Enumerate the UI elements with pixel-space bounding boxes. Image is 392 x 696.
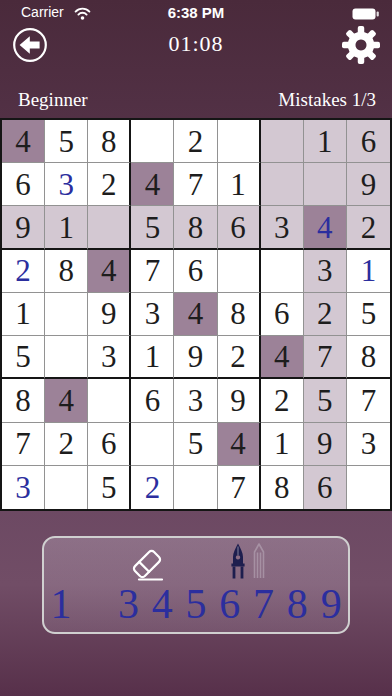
cell-r4c1[interactable]: 2 (2, 250, 45, 293)
cell-r7c6[interactable]: 9 (218, 379, 261, 422)
cell-r9c6[interactable]: 7 (218, 466, 261, 509)
cell-r6c8[interactable]: 7 (304, 336, 347, 379)
cell-r2c3[interactable]: 2 (88, 163, 131, 206)
pad-number-7[interactable]: 7 (247, 581, 281, 627)
cell-r9c8[interactable]: 6 (304, 466, 347, 509)
cell-r6c2[interactable] (45, 336, 88, 379)
cell-r2c2[interactable]: 3 (45, 163, 88, 206)
cell-r1c1[interactable]: 4 (2, 120, 45, 163)
cell-r7c9[interactable]: 7 (347, 379, 390, 422)
pad-number-4[interactable]: 4 (145, 581, 179, 627)
cell-r7c5[interactable]: 3 (174, 379, 217, 422)
cell-r3c4[interactable]: 5 (131, 206, 174, 249)
cell-r1c6[interactable] (218, 120, 261, 163)
cell-r7c8[interactable]: 5 (304, 379, 347, 422)
cell-r6c3[interactable]: 3 (88, 336, 131, 379)
cell-r1c4[interactable] (131, 120, 174, 163)
cell-r6c9[interactable]: 8 (347, 336, 390, 379)
cell-r3c3[interactable] (88, 206, 131, 249)
cell-r5c8[interactable]: 2 (304, 293, 347, 336)
cell-r5c7[interactable]: 6 (261, 293, 304, 336)
cell-r2c7[interactable] (261, 163, 304, 206)
cell-r2c5[interactable]: 7 (174, 163, 217, 206)
cell-r1c5[interactable]: 2 (174, 120, 217, 163)
toolbar-panel: 13456789 (42, 536, 350, 634)
cell-r1c7[interactable] (261, 120, 304, 163)
cell-r4c5[interactable]: 6 (174, 250, 217, 293)
cell-r2c8[interactable] (304, 163, 347, 206)
cell-r6c6[interactable]: 2 (218, 336, 261, 379)
sudoku-board: 4582166324719915863422847631193486255319… (0, 118, 392, 511)
cell-r2c6[interactable]: 1 (218, 163, 261, 206)
status-bar: Carrier 6:38 PM (0, 0, 392, 22)
gear-icon (342, 26, 380, 64)
cell-r7c1[interactable]: 8 (2, 379, 45, 422)
cell-r5c1[interactable]: 1 (2, 293, 45, 336)
cell-r3c8[interactable]: 4 (304, 206, 347, 249)
cell-r1c9[interactable]: 6 (347, 120, 390, 163)
cell-r6c4[interactable]: 1 (131, 336, 174, 379)
pad-slot-empty (78, 581, 112, 627)
cell-r3c2[interactable]: 1 (45, 206, 88, 249)
cell-r8c9[interactable]: 3 (347, 423, 390, 466)
cell-r8c5[interactable]: 5 (174, 423, 217, 466)
cell-r2c1[interactable]: 6 (2, 163, 45, 206)
cell-r3c9[interactable]: 2 (347, 206, 390, 249)
cell-r6c5[interactable]: 9 (174, 336, 217, 379)
cell-r4c3[interactable]: 4 (88, 250, 131, 293)
settings-button[interactable] (342, 26, 380, 64)
difficulty-label: Beginner (18, 89, 88, 111)
cell-r3c5[interactable]: 8 (174, 206, 217, 249)
cell-r4c9[interactable]: 1 (347, 250, 390, 293)
cell-r4c4[interactable]: 7 (131, 250, 174, 293)
cell-r7c2[interactable]: 4 (45, 379, 88, 422)
cell-r3c6[interactable]: 6 (218, 206, 261, 249)
pad-number-5[interactable]: 5 (179, 581, 213, 627)
eraser-button[interactable] (124, 545, 170, 585)
cell-r4c2[interactable]: 8 (45, 250, 88, 293)
cell-r8c7[interactable]: 1 (261, 423, 304, 466)
cell-r9c7[interactable]: 8 (261, 466, 304, 509)
status-time: 6:38 PM (0, 4, 392, 21)
cell-r4c6[interactable] (218, 250, 261, 293)
timer: 01:08 (0, 31, 392, 57)
info-row: Beginner Mistakes 1/3 (0, 89, 392, 113)
pad-number-6[interactable]: 6 (213, 581, 247, 627)
cell-r7c3[interactable] (88, 379, 131, 422)
cell-r6c7[interactable]: 4 (261, 336, 304, 379)
cell-r2c4[interactable]: 4 (131, 163, 174, 206)
cell-r8c8[interactable]: 9 (304, 423, 347, 466)
pad-number-1[interactable]: 1 (44, 581, 78, 627)
number-pad: 13456789 (44, 581, 348, 627)
cell-r1c2[interactable]: 5 (45, 120, 88, 163)
cell-r9c3[interactable]: 5 (88, 466, 131, 509)
cell-r8c3[interactable]: 6 (88, 423, 131, 466)
cell-r5c2[interactable] (45, 293, 88, 336)
cell-r3c7[interactable]: 3 (261, 206, 304, 249)
pad-number-3[interactable]: 3 (112, 581, 146, 627)
cell-r8c1[interactable]: 7 (2, 423, 45, 466)
cell-r9c1[interactable]: 3 (2, 466, 45, 509)
cell-r5c4[interactable]: 3 (131, 293, 174, 336)
cell-r7c4[interactable]: 6 (131, 379, 174, 422)
cell-r4c7[interactable] (261, 250, 304, 293)
cell-r9c2[interactable] (45, 466, 88, 509)
eraser-icon (124, 545, 170, 585)
cell-r8c2[interactable]: 2 (45, 423, 88, 466)
pad-number-8[interactable]: 8 (280, 581, 314, 627)
cell-r6c1[interactable]: 5 (2, 336, 45, 379)
cell-r5c5[interactable]: 4 (174, 293, 217, 336)
cell-r7c7[interactable]: 2 (261, 379, 304, 422)
pencil-icon (253, 543, 265, 579)
mistakes-label: Mistakes 1/3 (278, 89, 376, 111)
cell-r1c8[interactable]: 1 (304, 120, 347, 163)
battery-icon (352, 6, 379, 24)
pen-mode-button[interactable] (230, 543, 276, 583)
cell-r9c5[interactable] (174, 466, 217, 509)
cell-r9c9[interactable] (347, 466, 390, 509)
cell-r5c6[interactable]: 8 (218, 293, 261, 336)
cell-r5c3[interactable]: 9 (88, 293, 131, 336)
cell-r2c9[interactable]: 9 (347, 163, 390, 206)
pen-icon (230, 543, 246, 582)
cell-r3c1[interactable]: 9 (2, 206, 45, 249)
cell-r8c6[interactable]: 4 (218, 423, 261, 466)
cell-r1c3[interactable]: 8 (88, 120, 131, 163)
cell-r5c9[interactable]: 5 (347, 293, 390, 336)
pad-number-9[interactable]: 9 (314, 581, 348, 627)
cell-r8c4[interactable] (131, 423, 174, 466)
cell-r9c4[interactable]: 2 (131, 466, 174, 509)
cell-r4c8[interactable]: 3 (304, 250, 347, 293)
